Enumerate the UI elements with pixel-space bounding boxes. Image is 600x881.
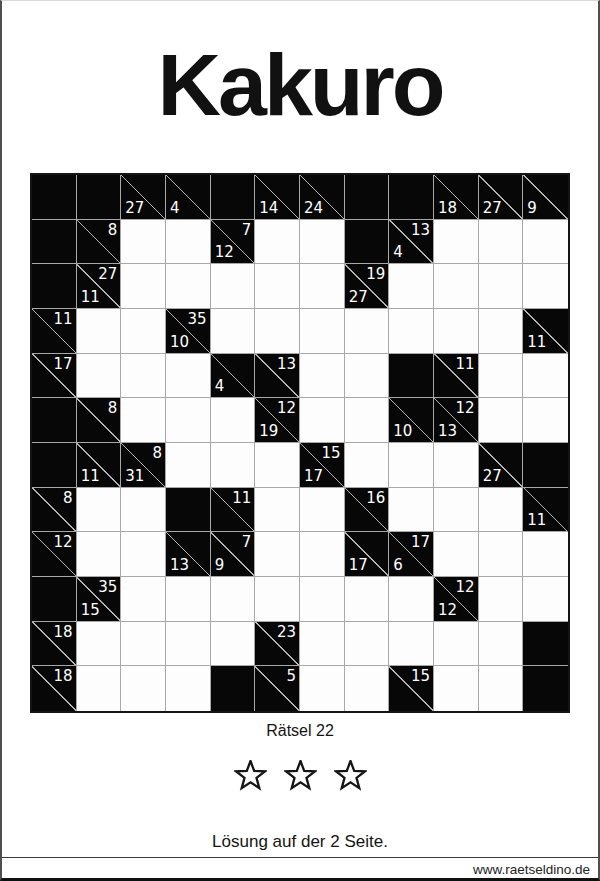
clue-cell: 17 xyxy=(345,532,390,577)
entry-cell[interactable] xyxy=(77,488,122,533)
entry-cell[interactable] xyxy=(479,220,524,265)
entry-cell[interactable] xyxy=(121,577,166,622)
block-cell xyxy=(32,398,77,443)
down-clue: 15 xyxy=(81,603,100,618)
right-clue: 5 xyxy=(286,669,296,684)
block-cell xyxy=(32,220,77,265)
block-cell xyxy=(32,175,77,220)
clue-cell: 1517 xyxy=(300,443,345,488)
star-icon xyxy=(234,760,267,792)
entry-cell[interactable] xyxy=(389,488,434,533)
clue-cell: 17 xyxy=(32,354,77,399)
entry-cell[interactable] xyxy=(479,666,524,711)
down-clue: 27 xyxy=(483,469,502,484)
clue-cell: 11 xyxy=(211,488,256,533)
down-clue: 19 xyxy=(259,424,278,439)
clue-cell: 13 xyxy=(255,354,300,399)
entry-cell[interactable] xyxy=(255,577,300,622)
right-clue: 13 xyxy=(277,357,296,372)
entry-cell[interactable] xyxy=(523,398,568,443)
clue-cell: 1212 xyxy=(434,577,479,622)
entry-cell[interactable] xyxy=(77,309,122,354)
right-clue: 7 xyxy=(242,535,252,550)
clue-cell: 16 xyxy=(345,488,390,533)
entry-cell[interactable] xyxy=(166,666,211,711)
block-cell xyxy=(32,577,77,622)
block-cell xyxy=(345,220,390,265)
block-cell xyxy=(32,443,77,488)
down-clue: 31 xyxy=(125,469,144,484)
clue-cell: 4 xyxy=(166,175,211,220)
clue-cell: 9 xyxy=(523,175,568,220)
entry-cell[interactable] xyxy=(77,354,122,399)
entry-cell[interactable] xyxy=(523,577,568,622)
clue-cell: 3515 xyxy=(77,577,122,622)
clue-cell: 18 xyxy=(32,666,77,711)
entry-cell[interactable] xyxy=(434,532,479,577)
right-clue: 11 xyxy=(54,312,73,327)
entry-cell[interactable] xyxy=(479,577,524,622)
solution-note: Lösung auf der 2 Seite. xyxy=(2,832,598,852)
entry-cell[interactable] xyxy=(166,622,211,667)
clue-cell: 11 xyxy=(523,309,568,354)
entry-cell[interactable] xyxy=(434,622,479,667)
entry-cell[interactable] xyxy=(211,309,256,354)
block-cell xyxy=(523,443,568,488)
puzzle-number-caption: Rätsel 22 xyxy=(2,722,598,740)
right-clue: 18 xyxy=(54,625,73,640)
entry-cell[interactable] xyxy=(211,577,256,622)
entry-cell[interactable] xyxy=(255,309,300,354)
entry-cell[interactable] xyxy=(434,443,479,488)
right-clue: 12 xyxy=(277,401,296,416)
entry-cell[interactable] xyxy=(121,309,166,354)
clue-cell: 27 xyxy=(479,175,524,220)
star-icon xyxy=(334,760,367,792)
entry-cell[interactable] xyxy=(121,622,166,667)
block-cell xyxy=(166,488,211,533)
entry-cell[interactable] xyxy=(211,264,256,309)
right-clue: 12 xyxy=(54,535,73,550)
down-clue: 11 xyxy=(81,469,100,484)
entry-cell[interactable] xyxy=(479,309,524,354)
entry-cell[interactable] xyxy=(479,354,524,399)
block-cell xyxy=(523,666,568,711)
down-clue: 4 xyxy=(170,201,180,216)
down-clue: 11 xyxy=(527,513,546,528)
clue-cell: 11 xyxy=(77,443,122,488)
down-clue: 14 xyxy=(259,201,278,216)
clue-cell: 8 xyxy=(32,488,77,533)
block-cell xyxy=(389,354,434,399)
entry-cell[interactable] xyxy=(345,577,390,622)
entry-cell[interactable] xyxy=(345,354,390,399)
down-clue: 6 xyxy=(393,558,403,573)
entry-cell[interactable] xyxy=(434,309,479,354)
down-clue: 27 xyxy=(349,290,368,305)
clue-cell: 11 xyxy=(434,354,479,399)
clue-cell: 4 xyxy=(211,354,256,399)
entry-cell[interactable] xyxy=(255,264,300,309)
block-cell xyxy=(211,666,256,711)
clue-cell: 11 xyxy=(523,488,568,533)
footer-divider xyxy=(2,857,598,858)
entry-cell[interactable] xyxy=(255,532,300,577)
right-clue: 11 xyxy=(232,491,251,506)
right-clue: 8 xyxy=(152,446,162,461)
right-clue: 17 xyxy=(54,357,73,372)
entry-cell[interactable] xyxy=(345,309,390,354)
clue-cell: 712 xyxy=(211,220,256,265)
block-cell xyxy=(389,175,434,220)
kakuro-grid: 2741424182798712134271119271135101117413… xyxy=(30,173,570,713)
website-url: www.raetseldino.de xyxy=(473,862,590,877)
right-clue: 35 xyxy=(98,580,117,595)
entry-cell[interactable] xyxy=(211,398,256,443)
clue-cell: 3510 xyxy=(166,309,211,354)
entry-cell[interactable] xyxy=(300,666,345,711)
clue-cell: 2711 xyxy=(77,264,122,309)
right-clue: 15 xyxy=(411,669,430,684)
entry-cell[interactable] xyxy=(434,264,479,309)
clue-cell: 831 xyxy=(121,443,166,488)
entry-cell[interactable] xyxy=(345,398,390,443)
entry-cell[interactable] xyxy=(121,488,166,533)
entry-cell[interactable] xyxy=(300,354,345,399)
down-clue: 27 xyxy=(125,201,144,216)
right-clue: 35 xyxy=(188,312,207,327)
entry-cell[interactable] xyxy=(121,220,166,265)
entry-cell[interactable] xyxy=(345,666,390,711)
entry-cell[interactable] xyxy=(479,532,524,577)
entry-cell[interactable] xyxy=(300,398,345,443)
entry-cell[interactable] xyxy=(121,398,166,443)
entry-cell[interactable] xyxy=(121,532,166,577)
down-clue: 9 xyxy=(527,201,537,216)
right-clue: 8 xyxy=(108,223,118,238)
down-clue: 27 xyxy=(483,201,502,216)
entry-cell[interactable] xyxy=(166,443,211,488)
entry-cell[interactable] xyxy=(300,309,345,354)
down-clue: 11 xyxy=(81,290,100,305)
clue-cell: 8 xyxy=(77,398,122,443)
down-clue: 10 xyxy=(393,424,412,439)
clue-cell: 11 xyxy=(32,309,77,354)
clue-cell: 18 xyxy=(434,175,479,220)
entry-cell[interactable] xyxy=(255,220,300,265)
entry-cell[interactable] xyxy=(389,443,434,488)
clue-cell: 27 xyxy=(121,175,166,220)
entry-cell[interactable] xyxy=(434,666,479,711)
right-clue: 7 xyxy=(242,223,252,238)
entry-cell[interactable] xyxy=(434,488,479,533)
right-clue: 12 xyxy=(456,580,475,595)
entry-cell[interactable] xyxy=(345,443,390,488)
entry-cell[interactable] xyxy=(211,443,256,488)
block-cell xyxy=(77,175,122,220)
down-clue: 17 xyxy=(304,469,323,484)
entry-cell[interactable] xyxy=(479,264,524,309)
right-clue: 15 xyxy=(322,446,341,461)
right-clue: 18 xyxy=(54,669,73,684)
down-clue: 13 xyxy=(438,424,457,439)
right-clue: 16 xyxy=(366,491,385,506)
entry-cell[interactable] xyxy=(121,666,166,711)
entry-cell[interactable] xyxy=(523,264,568,309)
right-clue: 8 xyxy=(63,491,73,506)
entry-cell[interactable] xyxy=(479,622,524,667)
down-clue: 24 xyxy=(304,201,323,216)
entry-cell[interactable] xyxy=(77,532,122,577)
down-clue: 13 xyxy=(170,558,189,573)
down-clue: 18 xyxy=(438,201,457,216)
clue-cell: 79 xyxy=(211,532,256,577)
down-clue: 11 xyxy=(527,335,546,350)
entry-cell[interactable] xyxy=(389,309,434,354)
clue-cell: 12 xyxy=(32,532,77,577)
down-clue: 10 xyxy=(170,335,189,350)
right-clue: 11 xyxy=(456,357,475,372)
right-clue: 8 xyxy=(108,401,118,416)
entry-cell[interactable] xyxy=(300,532,345,577)
block-cell xyxy=(32,264,77,309)
clue-cell: 13 xyxy=(166,532,211,577)
clue-cell: 24 xyxy=(300,175,345,220)
block-cell xyxy=(345,175,390,220)
entry-cell[interactable] xyxy=(255,488,300,533)
entry-cell[interactable] xyxy=(389,264,434,309)
right-clue: 13 xyxy=(411,223,430,238)
entry-cell[interactable] xyxy=(345,622,390,667)
entry-cell[interactable] xyxy=(211,622,256,667)
clue-cell: 14 xyxy=(255,175,300,220)
difficulty-rating xyxy=(2,760,598,792)
entry-cell[interactable] xyxy=(523,532,568,577)
clue-cell: 1213 xyxy=(434,398,479,443)
right-clue: 17 xyxy=(411,535,430,550)
entry-cell[interactable] xyxy=(479,398,524,443)
right-clue: 12 xyxy=(456,401,475,416)
entry-cell[interactable] xyxy=(166,354,211,399)
entry-cell[interactable] xyxy=(121,264,166,309)
down-clue: 4 xyxy=(215,379,225,394)
entry-cell[interactable] xyxy=(166,577,211,622)
entry-cell[interactable] xyxy=(255,443,300,488)
star-icon xyxy=(284,760,317,792)
entry-cell[interactable] xyxy=(300,220,345,265)
entry-cell[interactable] xyxy=(300,264,345,309)
down-clue: 12 xyxy=(215,245,234,260)
down-clue: 17 xyxy=(349,558,368,573)
entry-cell[interactable] xyxy=(300,577,345,622)
entry-cell[interactable] xyxy=(300,622,345,667)
entry-cell[interactable] xyxy=(523,220,568,265)
clue-cell: 176 xyxy=(389,532,434,577)
entry-cell[interactable] xyxy=(434,220,479,265)
down-clue: 12 xyxy=(438,603,457,618)
entry-cell[interactable] xyxy=(77,666,122,711)
clue-cell: 18 xyxy=(32,622,77,667)
entry-cell[interactable] xyxy=(479,488,524,533)
down-clue: 9 xyxy=(215,558,225,573)
down-clue: 4 xyxy=(393,245,403,260)
entry-cell[interactable] xyxy=(389,622,434,667)
entry-cell[interactable] xyxy=(166,398,211,443)
right-clue: 27 xyxy=(98,267,117,282)
right-clue: 23 xyxy=(277,625,296,640)
clue-cell: 8 xyxy=(77,220,122,265)
page-title: Kakuro xyxy=(2,41,598,129)
entry-cell[interactable] xyxy=(300,488,345,533)
entry-cell[interactable] xyxy=(77,622,122,667)
entry-cell[interactable] xyxy=(166,264,211,309)
clue-cell: 10 xyxy=(389,398,434,443)
entry-cell[interactable] xyxy=(166,220,211,265)
clue-cell: 23 xyxy=(255,622,300,667)
clue-cell: 5 xyxy=(255,666,300,711)
right-clue: 19 xyxy=(366,267,385,282)
clue-cell: 27 xyxy=(479,443,524,488)
clue-cell: 1927 xyxy=(345,264,390,309)
puzzle-sheet: Kakuro 274142418279871213427111927113510… xyxy=(0,0,600,881)
block-cell xyxy=(211,175,256,220)
entry-cell[interactable] xyxy=(523,354,568,399)
clue-cell: 134 xyxy=(389,220,434,265)
entry-cell[interactable] xyxy=(389,577,434,622)
clue-cell: 15 xyxy=(389,666,434,711)
block-cell xyxy=(523,622,568,667)
clue-cell: 1219 xyxy=(255,398,300,443)
entry-cell[interactable] xyxy=(121,354,166,399)
